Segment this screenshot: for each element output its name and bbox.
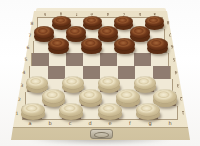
piece-top: [98, 76, 121, 90]
piece-dark-b6[interactable]: [48, 38, 69, 53]
square-e5[interactable]: [100, 53, 117, 66]
piece-top: [147, 38, 168, 51]
piece-dark-f6[interactable]: [114, 38, 135, 53]
square-e1[interactable]: [100, 106, 119, 119]
rank-label-right-6: 6: [167, 41, 177, 53]
piece-top: [34, 26, 54, 39]
piece-dark-h6[interactable]: [147, 38, 168, 53]
piece-top: [81, 38, 102, 51]
checkers-board-photo: hgfedcba 8877665544332211 abcdefgh: [0, 0, 200, 146]
rank-label-left-6: 6: [23, 41, 33, 53]
board-fold-seam: [13, 127, 188, 128]
file-label-bottom-h: h: [160, 120, 180, 127]
piece-light-a1[interactable]: [21, 103, 45, 120]
board-grid: 8877665544332211: [0, 17, 200, 120]
rank-label-right-1: 1: [178, 106, 188, 120]
square-c5[interactable]: [66, 53, 83, 66]
square-d5[interactable]: [83, 53, 100, 66]
rank-row-1: 11: [12, 106, 188, 120]
file-label-bottom-a: a: [20, 120, 40, 127]
rank-row-5: 55: [21, 53, 179, 66]
piece-top: [98, 26, 118, 39]
piece-top: [130, 26, 150, 39]
piece-top: [116, 89, 139, 104]
square-g5[interactable]: [134, 53, 151, 66]
piece-light-g1[interactable]: [136, 103, 160, 120]
clasp-oval: [94, 132, 109, 138]
piece-top: [153, 89, 176, 104]
piece-top: [79, 89, 102, 104]
square-a1[interactable]: [23, 106, 42, 119]
rank-label-right-8: 8: [163, 17, 173, 29]
rank-label-right-5: 5: [169, 53, 179, 66]
rank-label-right-4: 4: [171, 66, 181, 79]
piece-top: [62, 76, 85, 90]
piece-top: [59, 103, 83, 117]
file-labels-bottom: abcdefgh: [20, 120, 180, 127]
piece-top: [42, 89, 65, 104]
piece-light-c1[interactable]: [59, 103, 83, 120]
rank-label-left-5: 5: [21, 53, 31, 66]
file-label-bottom-f: f: [120, 120, 140, 127]
file-label-bottom-c: c: [60, 120, 80, 127]
square-b5[interactable]: [49, 53, 66, 66]
piece-top: [134, 76, 157, 90]
piece-top: [26, 76, 49, 90]
square-g1[interactable]: [139, 106, 158, 119]
piece-light-e1[interactable]: [98, 103, 122, 120]
square-d6[interactable]: [84, 41, 101, 53]
file-label-bottom-d: d: [80, 120, 100, 127]
piece-dark-d6[interactable]: [81, 38, 102, 53]
square-h1[interactable]: [158, 106, 177, 119]
file-label-bottom-b: b: [40, 120, 60, 127]
piece-top: [114, 38, 135, 51]
piece-top: [48, 38, 69, 51]
file-label-bottom-e: e: [100, 120, 120, 127]
square-f6[interactable]: [117, 41, 134, 53]
clasp-icon[interactable]: [90, 129, 113, 139]
square-h6[interactable]: [150, 41, 167, 53]
piece-top: [66, 26, 86, 39]
square-a5[interactable]: [32, 53, 49, 66]
square-c1[interactable]: [62, 106, 81, 119]
rank-label-right-2: 2: [176, 92, 186, 106]
piece-top: [98, 103, 122, 117]
rank-row-6: 66: [23, 41, 177, 53]
square-b6[interactable]: [51, 41, 68, 53]
file-label-bottom-g: g: [140, 120, 160, 127]
square-h5[interactable]: [151, 53, 168, 66]
piece-top: [21, 103, 45, 117]
square-f5[interactable]: [117, 53, 134, 66]
piece-top: [136, 103, 160, 117]
